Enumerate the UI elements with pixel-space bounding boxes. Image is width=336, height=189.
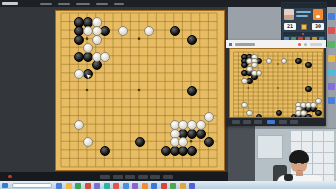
star-point bbox=[190, 140, 193, 143]
whiteboard bbox=[257, 135, 283, 159]
star-point bbox=[138, 37, 141, 40]
star-point bbox=[86, 37, 89, 40]
white-stone bbox=[300, 110, 307, 117]
client-button[interactable] bbox=[232, 120, 240, 124]
star-point bbox=[277, 63, 279, 65]
client-button[interactable] bbox=[279, 120, 287, 124]
white-stone bbox=[118, 26, 128, 36]
black-stone bbox=[305, 62, 312, 69]
taskbar-search-input[interactable] bbox=[12, 183, 52, 188]
red-marker-icon bbox=[302, 33, 304, 35]
app-logo bbox=[2, 2, 18, 5]
playback-nav-button[interactable] bbox=[113, 175, 123, 180]
main-go-board[interactable]: ➤ bbox=[55, 10, 225, 171]
desktop-app-icon[interactable] bbox=[328, 27, 335, 34]
white-stone bbox=[241, 78, 248, 85]
fox-snout bbox=[316, 15, 320, 18]
taskbar-app-icon[interactable] bbox=[56, 183, 62, 189]
star-point bbox=[248, 87, 250, 89]
taskbar-app-icon[interactable] bbox=[189, 183, 195, 189]
client-button[interactable] bbox=[290, 120, 298, 124]
black-stone bbox=[187, 146, 197, 156]
demo-board-app: ➤ bbox=[0, 7, 228, 181]
taskbar-app-icon[interactable] bbox=[132, 183, 138, 189]
taskbar-app-icon[interactable] bbox=[85, 183, 91, 189]
webcam-view bbox=[255, 128, 336, 189]
taskbar-app-icon[interactable] bbox=[180, 183, 186, 189]
taskbar-app-icon[interactable] bbox=[113, 183, 119, 189]
taskbar-app-icon[interactable] bbox=[123, 183, 129, 189]
background-window bbox=[228, 126, 255, 181]
black-stone bbox=[305, 86, 312, 93]
taskbar-app-icon[interactable] bbox=[142, 183, 148, 189]
black-stone bbox=[187, 35, 197, 45]
close-icon[interactable] bbox=[298, 43, 301, 46]
taskbar-app-icon[interactable] bbox=[75, 183, 81, 189]
white-stone bbox=[144, 26, 154, 36]
playback-nav-button[interactable] bbox=[125, 175, 135, 180]
desktop-app-icon[interactable] bbox=[328, 97, 335, 104]
desktop-app-icon[interactable] bbox=[328, 55, 335, 62]
white-stone bbox=[196, 120, 206, 130]
minimize-icon[interactable] bbox=[304, 43, 307, 46]
desktop-app-icon[interactable] bbox=[328, 69, 335, 76]
player-name bbox=[296, 15, 308, 17]
client-primary-button[interactable] bbox=[267, 120, 275, 124]
player-avatar bbox=[284, 9, 294, 20]
white-stone bbox=[246, 110, 253, 117]
player-name bbox=[296, 11, 311, 13]
black-stone bbox=[196, 129, 206, 139]
capture-bar bbox=[283, 32, 325, 36]
client-button[interactable] bbox=[243, 120, 251, 124]
playback-nav-button[interactable] bbox=[138, 175, 148, 180]
menu-item[interactable] bbox=[114, 3, 124, 6]
desktop-app-icon[interactable] bbox=[328, 83, 335, 90]
playback-nav-button[interactable] bbox=[150, 175, 160, 180]
taskbar-app-icon[interactable] bbox=[94, 183, 100, 189]
black-stone bbox=[170, 26, 180, 36]
taskbar-app-icon[interactable] bbox=[104, 183, 110, 189]
white-stone bbox=[92, 35, 102, 45]
window-title-text bbox=[235, 43, 255, 46]
white-stone bbox=[315, 98, 322, 105]
live-go-board[interactable] bbox=[229, 48, 324, 118]
person-mouth bbox=[297, 170, 302, 171]
person-eye bbox=[294, 163, 297, 164]
taskbar-app-icon[interactable] bbox=[66, 183, 72, 189]
screen: ➤ 21 30 bbox=[0, 0, 336, 189]
white-stone bbox=[241, 102, 248, 109]
taskbar bbox=[0, 181, 336, 189]
black-stone bbox=[315, 110, 322, 117]
desktop-app-icon[interactable] bbox=[328, 13, 335, 20]
menu-item[interactable] bbox=[76, 3, 90, 6]
taskbar-app-icon[interactable] bbox=[170, 183, 176, 189]
star-point bbox=[86, 89, 89, 92]
playback-nav-button[interactable] bbox=[163, 175, 173, 180]
person-hair bbox=[289, 150, 309, 163]
record-indicator-icon bbox=[8, 175, 12, 179]
game-client-window bbox=[226, 40, 326, 126]
person-eye bbox=[301, 163, 304, 164]
star-point bbox=[277, 87, 279, 89]
menu-item[interactable] bbox=[96, 3, 108, 6]
star-point bbox=[138, 89, 141, 92]
window-menu-smudge bbox=[310, 43, 322, 46]
timer-left: 21 bbox=[284, 23, 296, 30]
menu-item[interactable] bbox=[58, 3, 70, 6]
desktop-app-icon[interactable] bbox=[328, 41, 335, 48]
start-button[interactable] bbox=[2, 183, 8, 188]
menu-item[interactable] bbox=[40, 3, 52, 6]
taskbar-app-icon[interactable] bbox=[161, 183, 167, 189]
panel-title-bar bbox=[282, 3, 326, 8]
window-app-icon bbox=[229, 43, 232, 46]
window-title-bar[interactable] bbox=[226, 40, 326, 48]
client-button[interactable] bbox=[254, 120, 262, 124]
mini-board-icon bbox=[301, 24, 307, 30]
playback-nav-button[interactable] bbox=[100, 175, 110, 180]
demo-control-bar bbox=[0, 172, 228, 181]
taskbar-app-icon[interactable] bbox=[151, 183, 157, 189]
headphones bbox=[284, 174, 293, 181]
client-control-bar bbox=[226, 118, 326, 126]
timer-right: 30 bbox=[312, 23, 324, 30]
